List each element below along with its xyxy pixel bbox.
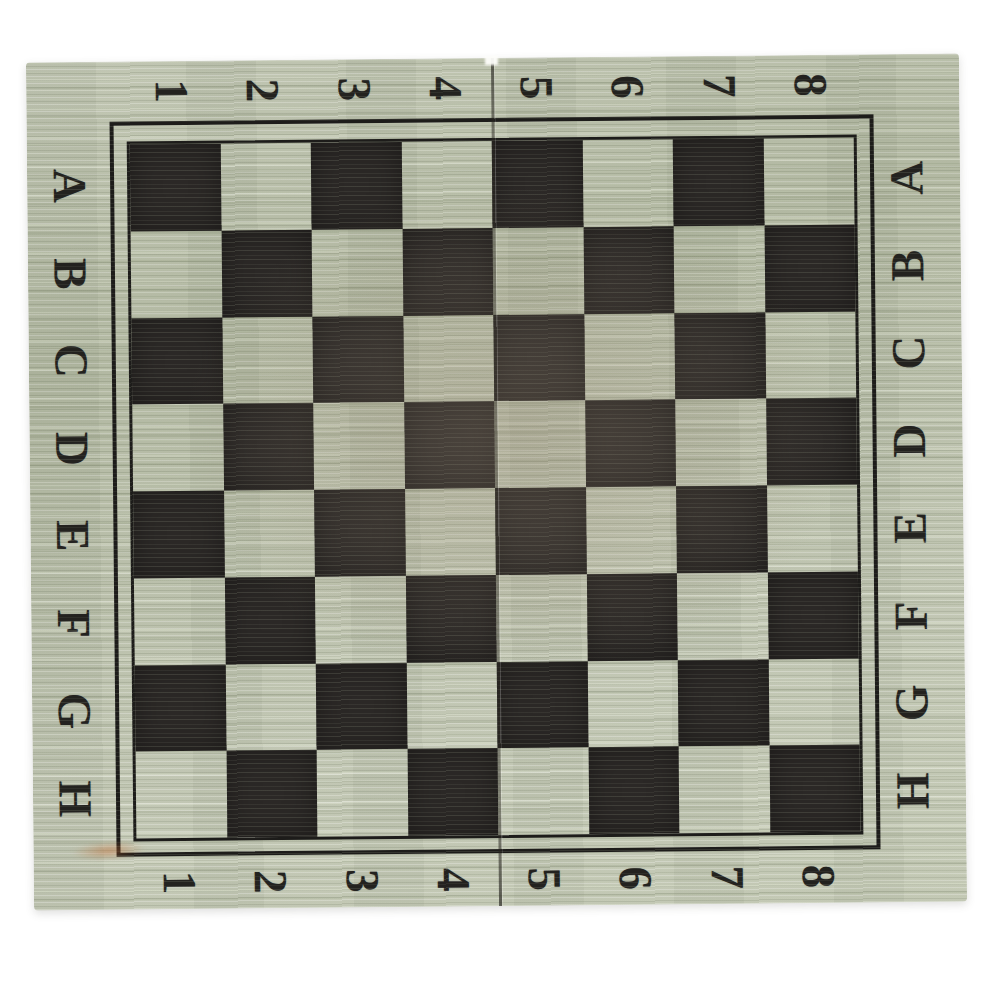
fold-seam-gap [485,56,498,65]
product-photo: 12345678 12345678 ABCDEFGH ABCDEFGH [0,0,1000,1000]
file-labels-top: 12345678 [126,55,857,122]
right-rank-label-F: F [867,573,955,658]
left-rank-label-B: B [26,231,114,316]
rank-labels-left: ABCDEFGH [27,142,118,843]
left-rank-label-H: H [31,756,119,841]
left-rank-label-G: G [30,668,118,753]
left-rank-label-A: A [25,143,113,228]
folding-chessboard: 12345678 12345678 ABCDEFGH ABCDEFGH [26,54,967,911]
right-rank-label-H: H [869,748,957,833]
right-rank-label-B: B [864,223,952,308]
left-rank-label-E: E [28,493,116,578]
right-rank-label-C: C [865,310,953,395]
outer-frame-line [110,114,881,856]
left-rank-label-D: D [28,406,116,491]
file-labels-bottom: 12345678 [134,849,864,909]
right-rank-label-G: G [868,660,956,745]
left-rank-label-C: C [27,318,115,403]
right-rank-label-A: A [863,135,951,220]
right-rank-label-E: E [866,485,954,570]
left-rank-label-F: F [29,581,117,666]
right-rank-label-D: D [865,398,953,483]
